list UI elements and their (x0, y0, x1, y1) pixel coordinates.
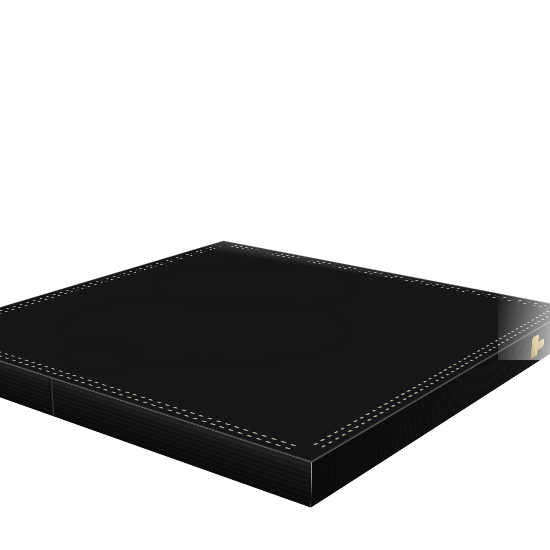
product-photo-stage (0, 0, 550, 550)
loose-pieces-layer (0, 0, 550, 550)
